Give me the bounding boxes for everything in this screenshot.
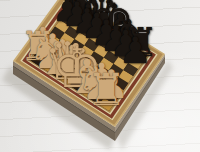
- chess-set-photo: ♜♞♟♝♟♛♟♚♟♝♟♞♟♟♜♟♟♜♟♟♞♟♝♟♛♟♚♟♝♟♞♜: [0, 0, 200, 152]
- chess-board: [0, 0, 200, 152]
